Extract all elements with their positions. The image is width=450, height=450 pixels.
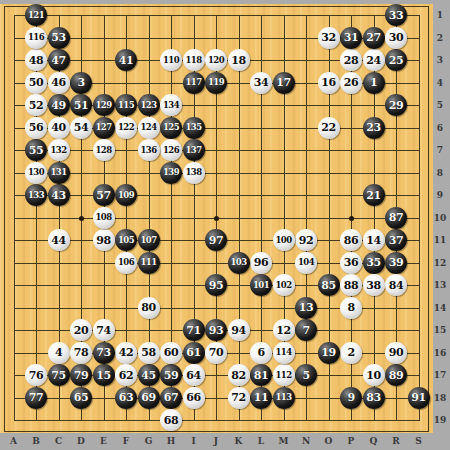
stone-black[interactable]: 101 <box>250 274 272 296</box>
stone-black[interactable]: 25 <box>385 49 407 71</box>
stone-white[interactable]: 10 <box>363 364 385 386</box>
go-client-screen: 1234567891011121314151617181920212223242… <box>0 0 450 450</box>
stone-black[interactable]: 23 <box>363 117 385 139</box>
stone-black[interactable]: 131 <box>48 162 70 184</box>
stone-black[interactable]: 27 <box>363 27 385 49</box>
stone-black[interactable]: 43 <box>48 184 70 206</box>
stone-white[interactable]: 52 <box>25 94 47 116</box>
column-label: A <box>6 436 22 446</box>
stone-white[interactable]: 8 <box>340 297 362 319</box>
stone-white[interactable]: 80 <box>138 297 160 319</box>
stone-white[interactable]: 4 <box>48 342 70 364</box>
stone-white[interactable]: 114 <box>273 342 295 364</box>
stone-white[interactable]: 112 <box>273 364 295 386</box>
stone-white[interactable]: 108 <box>93 207 115 229</box>
star-point <box>214 216 219 221</box>
column-label: R <box>388 436 404 446</box>
row-label: 8 <box>432 168 448 178</box>
stone-white[interactable]: 50 <box>25 72 47 94</box>
stone-white[interactable]: 46 <box>48 72 70 94</box>
stone-black[interactable]: 15 <box>93 364 115 386</box>
stone-white[interactable]: 28 <box>340 49 362 71</box>
column-label: Q <box>366 436 382 446</box>
stone-white[interactable]: 6 <box>250 342 272 364</box>
row-label: 1 <box>432 10 448 20</box>
stone-white[interactable]: 22 <box>318 117 340 139</box>
stone-white[interactable]: 2 <box>340 342 362 364</box>
stone-black[interactable]: 113 <box>273 387 295 409</box>
stone-black[interactable]: 83 <box>363 387 385 409</box>
column-label: G <box>141 436 157 446</box>
stone-black[interactable]: 93 <box>205 319 227 341</box>
grid-line-horizontal <box>14 420 420 421</box>
stone-white[interactable]: 100 <box>273 229 295 251</box>
stone-white[interactable]: 78 <box>70 342 92 364</box>
stone-black[interactable]: 89 <box>385 364 407 386</box>
row-label: 5 <box>432 100 448 110</box>
stone-white[interactable]: 104 <box>295 252 317 274</box>
stone-black[interactable]: 57 <box>93 184 115 206</box>
column-label: M <box>276 436 292 446</box>
stone-black[interactable]: 39 <box>385 252 407 274</box>
stone-black[interactable]: 69 <box>138 387 160 409</box>
stone-white[interactable]: 64 <box>183 364 205 386</box>
stone-white[interactable]: 62 <box>115 364 137 386</box>
column-label: K <box>231 436 247 446</box>
stone-black[interactable]: 45 <box>138 364 160 386</box>
stone-black[interactable]: 71 <box>183 319 205 341</box>
row-label: 12 <box>432 258 448 268</box>
stone-black[interactable]: 115 <box>115 94 137 116</box>
row-label: 13 <box>432 280 448 290</box>
stone-black[interactable]: 127 <box>93 117 115 139</box>
stone-black[interactable]: 119 <box>205 72 227 94</box>
stone-white[interactable]: 42 <box>115 342 137 364</box>
row-label: 7 <box>432 145 448 155</box>
stone-black[interactable]: 21 <box>363 184 385 206</box>
star-point <box>349 216 354 221</box>
row-label: 2 <box>432 33 448 43</box>
stone-white[interactable]: 92 <box>295 229 317 251</box>
stone-white[interactable]: 66 <box>183 387 205 409</box>
stone-white[interactable]: 124 <box>138 117 160 139</box>
stone-black[interactable]: 59 <box>160 364 182 386</box>
stone-black[interactable]: 81 <box>250 364 272 386</box>
stone-black[interactable]: 53 <box>48 27 70 49</box>
stone-white[interactable]: 94 <box>228 319 250 341</box>
stone-white[interactable]: 14 <box>363 229 385 251</box>
column-label: O <box>321 436 337 446</box>
grid-line-vertical <box>306 15 307 421</box>
stone-black[interactable]: 9 <box>340 387 362 409</box>
stone-white[interactable]: 98 <box>93 229 115 251</box>
stone-white[interactable]: 44 <box>48 229 70 251</box>
stone-white[interactable]: 138 <box>183 162 205 184</box>
stone-black[interactable]: 111 <box>138 252 160 274</box>
stone-black[interactable]: 67 <box>160 387 182 409</box>
stone-black[interactable]: 7 <box>295 319 317 341</box>
grid-line-vertical <box>419 15 420 421</box>
stone-black[interactable]: 105 <box>115 229 137 251</box>
column-label: E <box>96 436 112 446</box>
stone-black[interactable]: 135 <box>183 117 205 139</box>
stone-black[interactable]: 1 <box>363 72 385 94</box>
stone-white[interactable]: 110 <box>160 49 182 71</box>
stone-white[interactable]: 16 <box>318 72 340 94</box>
column-label: P <box>343 436 359 446</box>
column-label: B <box>28 436 44 446</box>
stone-white[interactable]: 70 <box>205 342 227 364</box>
star-point <box>79 216 84 221</box>
row-label: 19 <box>432 415 448 425</box>
stone-black[interactable]: 77 <box>25 387 47 409</box>
stone-white[interactable]: 84 <box>385 274 407 296</box>
row-label: 10 <box>432 213 448 223</box>
stone-white[interactable]: 40 <box>48 117 70 139</box>
stone-black[interactable]: 75 <box>48 364 70 386</box>
stone-black[interactable]: 79 <box>70 364 92 386</box>
column-label: H <box>163 436 179 446</box>
stone-black[interactable]: 117 <box>183 72 205 94</box>
stone-white[interactable]: 88 <box>340 274 362 296</box>
row-label: 18 <box>432 393 448 403</box>
stone-white[interactable]: 58 <box>138 342 160 364</box>
row-label: 14 <box>432 303 448 313</box>
stone-white[interactable]: 20 <box>70 319 92 341</box>
stone-black[interactable]: 37 <box>385 229 407 251</box>
stone-white[interactable]: 24 <box>363 49 385 71</box>
stone-black[interactable]: 85 <box>318 274 340 296</box>
stone-white[interactable]: 102 <box>273 274 295 296</box>
stone-white[interactable]: 116 <box>25 27 47 49</box>
stone-black[interactable]: 139 <box>160 162 182 184</box>
stone-black[interactable]: 3 <box>70 72 92 94</box>
stone-black[interactable]: 13 <box>295 297 317 319</box>
stone-black[interactable]: 109 <box>115 184 137 206</box>
stone-black[interactable]: 47 <box>48 49 70 71</box>
row-label: 9 <box>432 190 448 200</box>
stone-black[interactable]: 123 <box>138 94 160 116</box>
stone-white[interactable]: 96 <box>250 252 272 274</box>
stone-white[interactable]: 74 <box>93 319 115 341</box>
stone-white[interactable]: 30 <box>385 27 407 49</box>
stone-white[interactable]: 18 <box>228 49 250 71</box>
stone-black[interactable]: 35 <box>363 252 385 274</box>
row-label: 6 <box>432 123 448 133</box>
stone-black[interactable]: 87 <box>385 207 407 229</box>
column-label: L <box>253 436 269 446</box>
stone-black[interactable]: 133 <box>25 184 47 206</box>
stone-black[interactable]: 103 <box>228 252 250 274</box>
stone-white[interactable]: 82 <box>228 364 250 386</box>
stone-white[interactable]: 90 <box>385 342 407 364</box>
stone-white[interactable]: 48 <box>25 49 47 71</box>
stone-white[interactable]: 76 <box>25 364 47 386</box>
row-label: 11 <box>432 235 448 245</box>
stone-white[interactable]: 60 <box>160 342 182 364</box>
stone-white[interactable]: 54 <box>70 117 92 139</box>
stone-white[interactable]: 56 <box>25 117 47 139</box>
column-label: N <box>298 436 314 446</box>
column-label: I <box>186 436 202 446</box>
stone-white[interactable]: 12 <box>273 319 295 341</box>
column-label: S <box>411 436 427 446</box>
row-label: 3 <box>432 55 448 65</box>
stone-white[interactable]: 38 <box>363 274 385 296</box>
stone-black[interactable]: 97 <box>205 229 227 251</box>
stone-black[interactable]: 29 <box>385 94 407 116</box>
row-label: 16 <box>432 348 448 358</box>
stone-black[interactable]: 17 <box>273 72 295 94</box>
stone-black[interactable]: 107 <box>138 229 160 251</box>
grid-line-vertical <box>239 15 240 421</box>
column-label: F <box>118 436 134 446</box>
row-label: 17 <box>432 370 448 380</box>
stone-white[interactable]: 32 <box>318 27 340 49</box>
stone-black[interactable]: 65 <box>70 387 92 409</box>
stone-white[interactable]: 86 <box>340 229 362 251</box>
stone-black[interactable]: 137 <box>183 139 205 161</box>
stone-white[interactable]: 68 <box>160 409 182 431</box>
stone-white[interactable]: 128 <box>93 139 115 161</box>
stone-black[interactable]: 41 <box>115 49 137 71</box>
stone-black[interactable]: 61 <box>183 342 205 364</box>
stone-black[interactable]: 63 <box>115 387 137 409</box>
stone-white[interactable]: 72 <box>228 387 250 409</box>
stone-white[interactable]: 34 <box>250 72 272 94</box>
stone-white[interactable]: 136 <box>138 139 160 161</box>
go-board[interactable]: 1234567891011121314151617181920212223242… <box>0 4 433 433</box>
stone-black[interactable]: 49 <box>48 94 70 116</box>
stone-black[interactable]: 129 <box>93 94 115 116</box>
stone-black[interactable]: 91 <box>408 387 430 409</box>
stone-black[interactable]: 19 <box>318 342 340 364</box>
stone-black[interactable]: 33 <box>385 4 407 26</box>
column-label: D <box>73 436 89 446</box>
stone-black[interactable]: 5 <box>295 364 317 386</box>
stone-black[interactable]: 121 <box>25 4 47 26</box>
row-label: 15 <box>432 325 448 335</box>
stone-black[interactable]: 125 <box>160 117 182 139</box>
stone-white[interactable]: 120 <box>205 49 227 71</box>
column-label: C <box>51 436 67 446</box>
stone-white[interactable]: 132 <box>48 139 70 161</box>
stone-black[interactable]: 73 <box>93 342 115 364</box>
stone-black[interactable]: 11 <box>250 387 272 409</box>
column-label: J <box>208 436 224 446</box>
stone-white[interactable]: 122 <box>115 117 137 139</box>
stone-white[interactable]: 118 <box>183 49 205 71</box>
stone-white[interactable]: 126 <box>160 139 182 161</box>
stone-black[interactable]: 95 <box>205 274 227 296</box>
stone-black[interactable]: 55 <box>25 139 47 161</box>
stone-white[interactable]: 130 <box>25 162 47 184</box>
stone-black[interactable]: 31 <box>340 27 362 49</box>
stone-white[interactable]: 36 <box>340 252 362 274</box>
stone-white[interactable]: 26 <box>340 72 362 94</box>
row-label: 4 <box>432 78 448 88</box>
stone-white[interactable]: 134 <box>160 94 182 116</box>
stone-black[interactable]: 51 <box>70 94 92 116</box>
stone-white[interactable]: 106 <box>115 252 137 274</box>
